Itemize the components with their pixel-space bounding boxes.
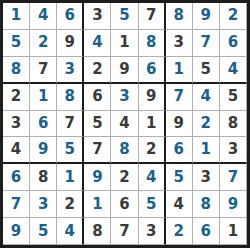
cell-r2c2[interactable]: 2: [30, 30, 57, 57]
cell-r1c6[interactable]: 7: [139, 3, 166, 30]
cell-r3c6[interactable]: 6: [139, 57, 166, 84]
cell-r6c2[interactable]: 9: [30, 137, 57, 164]
cell-r5c4[interactable]: 5: [84, 111, 111, 138]
cell-r9c4[interactable]: 8: [84, 218, 111, 245]
cell-r4c9[interactable]: 5: [220, 84, 247, 111]
cell-r3c4[interactable]: 2: [84, 57, 111, 84]
cell-r3c7[interactable]: 1: [166, 57, 193, 84]
cell-r9c2[interactable]: 5: [30, 218, 57, 245]
cell-r1c5[interactable]: 5: [111, 3, 138, 30]
cell-r6c7[interactable]: 6: [166, 137, 193, 164]
cell-r5c7[interactable]: 9: [166, 111, 193, 138]
cell-r9c6[interactable]: 3: [139, 218, 166, 245]
cell-r6c8[interactable]: 1: [193, 137, 220, 164]
cell-r7c5[interactable]: 2: [111, 164, 138, 191]
cell-r3c2[interactable]: 7: [30, 57, 57, 84]
cell-r3c3[interactable]: 3: [57, 57, 84, 84]
cell-r1c8[interactable]: 9: [193, 3, 220, 30]
cell-r5c1[interactable]: 3: [3, 111, 30, 138]
cell-r1c1[interactable]: 1: [3, 3, 30, 30]
cell-r8c2[interactable]: 3: [30, 191, 57, 218]
cell-r7c7[interactable]: 5: [166, 164, 193, 191]
cell-r6c6[interactable]: 2: [139, 137, 166, 164]
cell-r8c7[interactable]: 4: [166, 191, 193, 218]
cell-r2c8[interactable]: 7: [193, 30, 220, 57]
cell-r3c9[interactable]: 4: [220, 57, 247, 84]
cell-r2c6[interactable]: 8: [139, 30, 166, 57]
cell-r4c2[interactable]: 1: [30, 84, 57, 111]
cell-r9c5[interactable]: 7: [111, 218, 138, 245]
cell-r8c8[interactable]: 8: [193, 191, 220, 218]
cell-r4c7[interactable]: 7: [166, 84, 193, 111]
cell-r1c9[interactable]: 2: [220, 3, 247, 30]
cell-r4c4[interactable]: 6: [84, 84, 111, 111]
cell-r8c1[interactable]: 7: [3, 191, 30, 218]
cell-r7c9[interactable]: 7: [220, 164, 247, 191]
cell-r5c9[interactable]: 8: [220, 111, 247, 138]
cell-r7c4[interactable]: 9: [84, 164, 111, 191]
cell-r8c3[interactable]: 2: [57, 191, 84, 218]
cell-r6c5[interactable]: 8: [111, 137, 138, 164]
cell-r2c9[interactable]: 6: [220, 30, 247, 57]
cell-r6c9[interactable]: 3: [220, 137, 247, 164]
cell-r4c8[interactable]: 4: [193, 84, 220, 111]
cell-r9c7[interactable]: 2: [166, 218, 193, 245]
cell-r7c1[interactable]: 6: [3, 164, 30, 191]
cell-r1c4[interactable]: 3: [84, 3, 111, 30]
cell-r2c1[interactable]: 5: [3, 30, 30, 57]
cell-r7c2[interactable]: 8: [30, 164, 57, 191]
cell-r9c9[interactable]: 1: [220, 218, 247, 245]
cell-r7c6[interactable]: 4: [139, 164, 166, 191]
cell-r9c3[interactable]: 4: [57, 218, 84, 245]
cell-r4c3[interactable]: 8: [57, 84, 84, 111]
sudoku-board: 1463578925294183768732961542186397453675…: [0, 0, 250, 248]
cell-r9c1[interactable]: 9: [3, 218, 30, 245]
cell-r1c7[interactable]: 8: [166, 3, 193, 30]
cell-r1c2[interactable]: 4: [30, 3, 57, 30]
cell-r5c6[interactable]: 1: [139, 111, 166, 138]
cell-r8c5[interactable]: 6: [111, 191, 138, 218]
cell-r2c5[interactable]: 1: [111, 30, 138, 57]
cell-r8c4[interactable]: 1: [84, 191, 111, 218]
cell-r6c3[interactable]: 5: [57, 137, 84, 164]
cell-r2c4[interactable]: 4: [84, 30, 111, 57]
cell-r8c9[interactable]: 9: [220, 191, 247, 218]
cell-r3c5[interactable]: 9: [111, 57, 138, 84]
cell-r5c3[interactable]: 7: [57, 111, 84, 138]
cell-r2c3[interactable]: 9: [57, 30, 84, 57]
cell-r5c5[interactable]: 4: [111, 111, 138, 138]
cell-r7c8[interactable]: 3: [193, 164, 220, 191]
cell-r5c8[interactable]: 2: [193, 111, 220, 138]
cell-r9c8[interactable]: 6: [193, 218, 220, 245]
cell-r4c6[interactable]: 9: [139, 84, 166, 111]
cell-r5c2[interactable]: 6: [30, 111, 57, 138]
cell-r6c4[interactable]: 7: [84, 137, 111, 164]
cell-r3c8[interactable]: 5: [193, 57, 220, 84]
cell-r3c1[interactable]: 8: [3, 57, 30, 84]
cell-r1c3[interactable]: 6: [57, 3, 84, 30]
cell-r7c3[interactable]: 1: [57, 164, 84, 191]
cell-r2c7[interactable]: 3: [166, 30, 193, 57]
cell-r8c6[interactable]: 5: [139, 191, 166, 218]
cell-r6c1[interactable]: 4: [3, 137, 30, 164]
cell-r4c1[interactable]: 2: [3, 84, 30, 111]
cell-r4c5[interactable]: 3: [111, 84, 138, 111]
